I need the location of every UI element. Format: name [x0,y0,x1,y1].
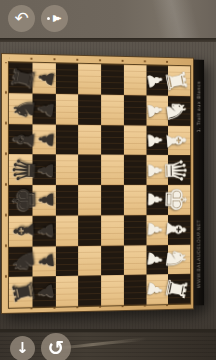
board-square[interactable]: ♛ [168,155,190,185]
piece-black-pawn[interactable]: ♟ [36,191,56,209]
app-screen: ♜♟♟♜♞♟♟♞♝♟♟♝♛♟♟♛♚♟♟♚♝♟♟♝♞♟♟♞♜♟♟♜ 1. Trai… [0,0,216,360]
undo-icon: ↶ [14,10,28,27]
board-square[interactable]: ♜ [9,277,32,308]
board-square[interactable] [78,185,101,215]
board-square[interactable] [78,276,101,307]
piece-white-bishop[interactable]: ♝ [162,128,190,154]
piece-black-pawn[interactable]: ♟ [35,221,56,241]
board-square[interactable] [55,94,78,125]
board-square[interactable]: ♛ [9,154,32,185]
board-square[interactable]: ♝ [168,125,190,155]
piece-black-pawn[interactable]: ♟ [36,161,56,179]
board-square[interactable] [78,215,101,245]
board-square[interactable]: ♚ [9,185,32,216]
piece-white-bishop[interactable]: ♝ [162,216,190,242]
piece-black-pawn[interactable]: ♟ [34,281,57,303]
piece-black-pawn[interactable]: ♟ [35,99,57,120]
board-square[interactable] [124,155,146,185]
piece-white-king[interactable]: ♚ [161,186,190,214]
down-arrow-icon: ↓ [16,341,29,356]
rotate-board-button[interactable]: ↺ [41,333,71,360]
board-frame: ♜♟♟♜♞♟♟♞♝♟♟♝♛♟♟♛♚♟♟♚♝♟♟♝♞♟♟♞♜♟♟♜ [1,53,194,314]
board-square[interactable] [101,245,124,275]
board-square[interactable]: ♜ [9,62,32,93]
plank-seam [0,38,216,42]
board-square[interactable] [101,64,124,95]
board-square[interactable] [101,125,124,155]
piece-white-queen[interactable]: ♛ [161,156,190,184]
piece-white-knight[interactable]: ♞ [161,245,190,273]
board-square[interactable] [55,124,78,155]
board-grid: ♜♟♟♜♞♟♟♞♝♟♟♝♛♟♟♛♚♟♟♚♝♟♟♝♞♟♟♞♜♟♟♜ [8,61,191,309]
board-square[interactable]: ♜ [168,274,190,304]
board-square[interactable] [55,185,78,215]
watermark-text: WWW.BALAUDELOUP.NET [196,219,202,288]
board-square[interactable] [78,124,101,154]
move-indicator-text: 1. Trait aux Blancs [196,81,202,133]
board-square[interactable]: ♜ [168,66,190,96]
save-button[interactable]: ↓ [10,336,35,360]
board-square[interactable]: ♞ [168,96,190,126]
board-square[interactable]: ♞ [168,244,190,274]
hint-move-button[interactable]: ♟ [41,5,68,32]
chess-board-3d: ♜♟♟♜♞♟♟♞♝♟♟♝♛♟♟♛♚♟♟♚♝♟♟♝♞♟♟♞♜♟♟♜ 1. Trai… [1,53,204,314]
lying-pawn-icon: ♟ [51,14,64,24]
board-square[interactable] [101,215,124,245]
piece-black-pawn[interactable]: ♟ [35,130,56,150]
board-square[interactable] [101,94,124,124]
board-square[interactable] [101,185,124,215]
board-square[interactable]: ♞ [9,93,32,124]
board-square[interactable]: ♝ [9,216,32,247]
board-square[interactable] [78,245,101,276]
board-square[interactable] [55,276,78,307]
board-square[interactable]: ♞ [9,246,32,277]
rotate-icon: ↺ [48,338,65,358]
board-square[interactable] [55,63,78,94]
board-square[interactable] [78,155,101,185]
board-square[interactable] [55,246,78,277]
board-square[interactable]: ♝ [168,215,190,245]
board-square[interactable] [55,215,78,246]
piece-white-rook[interactable]: ♜ [161,67,191,96]
board-square[interactable] [101,275,124,306]
board-square[interactable]: ♚ [168,185,190,215]
board-square[interactable] [101,155,124,185]
board-square[interactable] [78,64,101,95]
piece-black-pawn[interactable]: ♟ [35,251,57,272]
board-square[interactable]: ♝ [9,124,32,155]
board-square[interactable] [78,94,101,125]
board-square[interactable] [55,155,78,185]
board-side-edge: 1. Trait aux Blancs WWW.BALAUDELOUP.NET [194,60,204,306]
piece-white-knight[interactable]: ♞ [161,97,190,125]
piece-white-rook[interactable]: ♜ [161,274,191,303]
undo-button[interactable]: ↶ [8,5,35,32]
